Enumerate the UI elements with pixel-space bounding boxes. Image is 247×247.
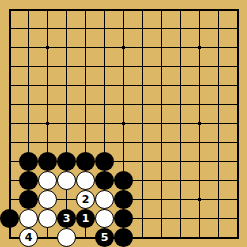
star-point <box>46 46 49 49</box>
white-stone <box>38 209 57 228</box>
black-stone <box>114 228 133 247</box>
black-stone <box>57 152 76 171</box>
grid-line-horizontal <box>9 142 239 143</box>
grid-line-vertical <box>218 9 219 239</box>
star-point <box>198 46 201 49</box>
move-number-label: 2 <box>82 194 90 205</box>
star-point <box>122 122 125 125</box>
black-stone <box>114 209 133 228</box>
move-number-label: 3 <box>63 213 71 224</box>
star-point <box>122 46 125 49</box>
grid-line-vertical <box>161 9 162 239</box>
grid-line-vertical <box>237 9 239 239</box>
black-stone <box>19 190 38 209</box>
grid-line-vertical <box>180 9 181 239</box>
black-stone-move-1: 1 <box>76 209 95 228</box>
white-stone <box>57 228 76 247</box>
white-stone <box>76 171 95 190</box>
move-number-label: 5 <box>101 232 109 243</box>
black-stone <box>114 190 133 209</box>
white-stone <box>19 209 38 228</box>
star-point <box>198 198 201 201</box>
black-stone-move-5: 5 <box>95 228 114 247</box>
black-stone <box>0 209 19 228</box>
white-stone <box>95 209 114 228</box>
white-stone <box>57 171 76 190</box>
white-stone <box>38 190 57 209</box>
black-stone <box>38 152 57 171</box>
go-diagram: 23145 <box>0 0 247 247</box>
black-stone <box>76 152 95 171</box>
white-stone-move-4: 4 <box>19 228 38 247</box>
black-stone <box>114 171 133 190</box>
white-stone-move-2: 2 <box>76 190 95 209</box>
star-point <box>46 122 49 125</box>
move-number-label: 1 <box>82 213 90 224</box>
black-stone <box>95 152 114 171</box>
white-stone <box>95 190 114 209</box>
go-board[interactable]: 23145 <box>0 0 247 247</box>
white-stone <box>38 171 57 190</box>
grid-line-vertical <box>142 9 143 239</box>
move-number-label: 4 <box>25 232 33 243</box>
black-stone <box>19 171 38 190</box>
black-stone <box>95 171 114 190</box>
star-point <box>198 122 201 125</box>
black-stone-move-3: 3 <box>57 209 76 228</box>
black-stone <box>19 152 38 171</box>
